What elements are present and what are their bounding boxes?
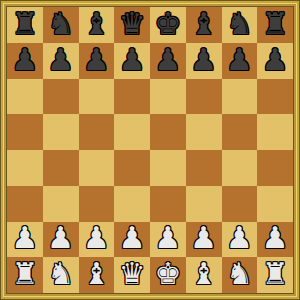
square-h6[interactable] (257, 79, 293, 115)
piece-white-pawn: ♟ (119, 223, 146, 253)
piece-black-pawn: ♟ (83, 45, 110, 75)
square-a8[interactable]: ♜ (7, 7, 43, 43)
square-e4[interactable] (150, 150, 186, 186)
square-h2[interactable]: ♟ (257, 222, 293, 258)
square-h7[interactable]: ♟ (257, 43, 293, 79)
square-d3[interactable] (114, 186, 150, 222)
square-b1[interactable]: ♞ (43, 257, 79, 293)
square-e7[interactable]: ♟ (150, 43, 186, 79)
board-frame: ♜♞♝♛♚♝♞♜♟♟♟♟♟♟♟♟♟♟♟♟♟♟♟♟♜♞♝♛♚♝♞♜ (0, 0, 300, 300)
square-d6[interactable] (114, 79, 150, 115)
piece-white-rook: ♜ (11, 259, 38, 289)
piece-white-pawn: ♟ (47, 223, 74, 253)
square-b7[interactable]: ♟ (43, 43, 79, 79)
square-a5[interactable] (7, 114, 43, 150)
piece-white-king: ♚ (154, 259, 181, 289)
frame-inner-line: ♜♞♝♛♚♝♞♜♟♟♟♟♟♟♟♟♟♟♟♟♟♟♟♟♜♞♝♛♚♝♞♜ (6, 6, 294, 294)
piece-black-knight: ♞ (47, 9, 74, 39)
square-b8[interactable]: ♞ (43, 7, 79, 43)
square-c4[interactable] (79, 150, 115, 186)
piece-black-pawn: ♟ (11, 45, 38, 75)
piece-white-queen: ♛ (119, 259, 146, 289)
square-a7[interactable]: ♟ (7, 43, 43, 79)
square-b3[interactable] (43, 186, 79, 222)
square-g1[interactable]: ♞ (222, 257, 258, 293)
piece-black-pawn: ♟ (226, 45, 253, 75)
square-c1[interactable]: ♝ (79, 257, 115, 293)
piece-white-pawn: ♟ (226, 223, 253, 253)
square-e8[interactable]: ♚ (150, 7, 186, 43)
piece-black-rook: ♜ (11, 9, 38, 39)
square-f2[interactable]: ♟ (186, 222, 222, 258)
square-g8[interactable]: ♞ (222, 7, 258, 43)
square-a4[interactable] (7, 150, 43, 186)
piece-black-pawn: ♟ (154, 45, 181, 75)
piece-white-pawn: ♟ (83, 223, 110, 253)
square-c7[interactable]: ♟ (79, 43, 115, 79)
square-f8[interactable]: ♝ (186, 7, 222, 43)
frame-bright-stripe: ♜♞♝♛♚♝♞♜♟♟♟♟♟♟♟♟♟♟♟♟♟♟♟♟♜♞♝♛♚♝♞♜ (3, 3, 297, 297)
square-d4[interactable] (114, 150, 150, 186)
square-c6[interactable] (79, 79, 115, 115)
piece-white-bishop: ♝ (83, 259, 110, 289)
square-a6[interactable] (7, 79, 43, 115)
piece-white-knight: ♞ (226, 259, 253, 289)
square-h8[interactable]: ♜ (257, 7, 293, 43)
piece-white-knight: ♞ (47, 259, 74, 289)
square-f7[interactable]: ♟ (186, 43, 222, 79)
square-d7[interactable]: ♟ (114, 43, 150, 79)
square-g7[interactable]: ♟ (222, 43, 258, 79)
square-d8[interactable]: ♛ (114, 7, 150, 43)
square-g5[interactable] (222, 114, 258, 150)
square-a2[interactable]: ♟ (7, 222, 43, 258)
square-d1[interactable]: ♛ (114, 257, 150, 293)
square-f3[interactable] (186, 186, 222, 222)
square-e6[interactable] (150, 79, 186, 115)
square-f5[interactable] (186, 114, 222, 150)
square-g2[interactable]: ♟ (222, 222, 258, 258)
square-e1[interactable]: ♚ (150, 257, 186, 293)
piece-black-king: ♚ (154, 9, 181, 39)
square-g3[interactable] (222, 186, 258, 222)
piece-black-pawn: ♟ (262, 45, 289, 75)
square-c2[interactable]: ♟ (79, 222, 115, 258)
piece-white-pawn: ♟ (190, 223, 217, 253)
square-c3[interactable] (79, 186, 115, 222)
square-d2[interactable]: ♟ (114, 222, 150, 258)
square-a1[interactable]: ♜ (7, 257, 43, 293)
piece-black-bishop: ♝ (190, 9, 217, 39)
square-e2[interactable]: ♟ (150, 222, 186, 258)
square-h5[interactable] (257, 114, 293, 150)
piece-black-queen: ♛ (119, 9, 146, 39)
piece-white-pawn: ♟ (11, 223, 38, 253)
piece-white-pawn: ♟ (154, 223, 181, 253)
piece-black-pawn: ♟ (47, 45, 74, 75)
square-b2[interactable]: ♟ (43, 222, 79, 258)
square-c5[interactable] (79, 114, 115, 150)
piece-black-knight: ♞ (226, 9, 253, 39)
square-h1[interactable]: ♜ (257, 257, 293, 293)
piece-white-rook: ♜ (262, 259, 289, 289)
square-g6[interactable] (222, 79, 258, 115)
square-h3[interactable] (257, 186, 293, 222)
chess-board: ♜♞♝♛♚♝♞♜♟♟♟♟♟♟♟♟♟♟♟♟♟♟♟♟♜♞♝♛♚♝♞♜ (7, 7, 293, 293)
square-e3[interactable] (150, 186, 186, 222)
square-g4[interactable] (222, 150, 258, 186)
square-f4[interactable] (186, 150, 222, 186)
piece-black-pawn: ♟ (119, 45, 146, 75)
square-d5[interactable] (114, 114, 150, 150)
piece-white-pawn: ♟ (262, 223, 289, 253)
square-b4[interactable] (43, 150, 79, 186)
square-f1[interactable]: ♝ (186, 257, 222, 293)
square-e5[interactable] (150, 114, 186, 150)
piece-white-bishop: ♝ (190, 259, 217, 289)
square-a3[interactable] (7, 186, 43, 222)
piece-black-bishop: ♝ (83, 9, 110, 39)
square-b5[interactable] (43, 114, 79, 150)
square-b6[interactable] (43, 79, 79, 115)
square-c8[interactable]: ♝ (79, 7, 115, 43)
piece-black-pawn: ♟ (190, 45, 217, 75)
square-h4[interactable] (257, 150, 293, 186)
square-f6[interactable] (186, 79, 222, 115)
piece-black-rook: ♜ (262, 9, 289, 39)
